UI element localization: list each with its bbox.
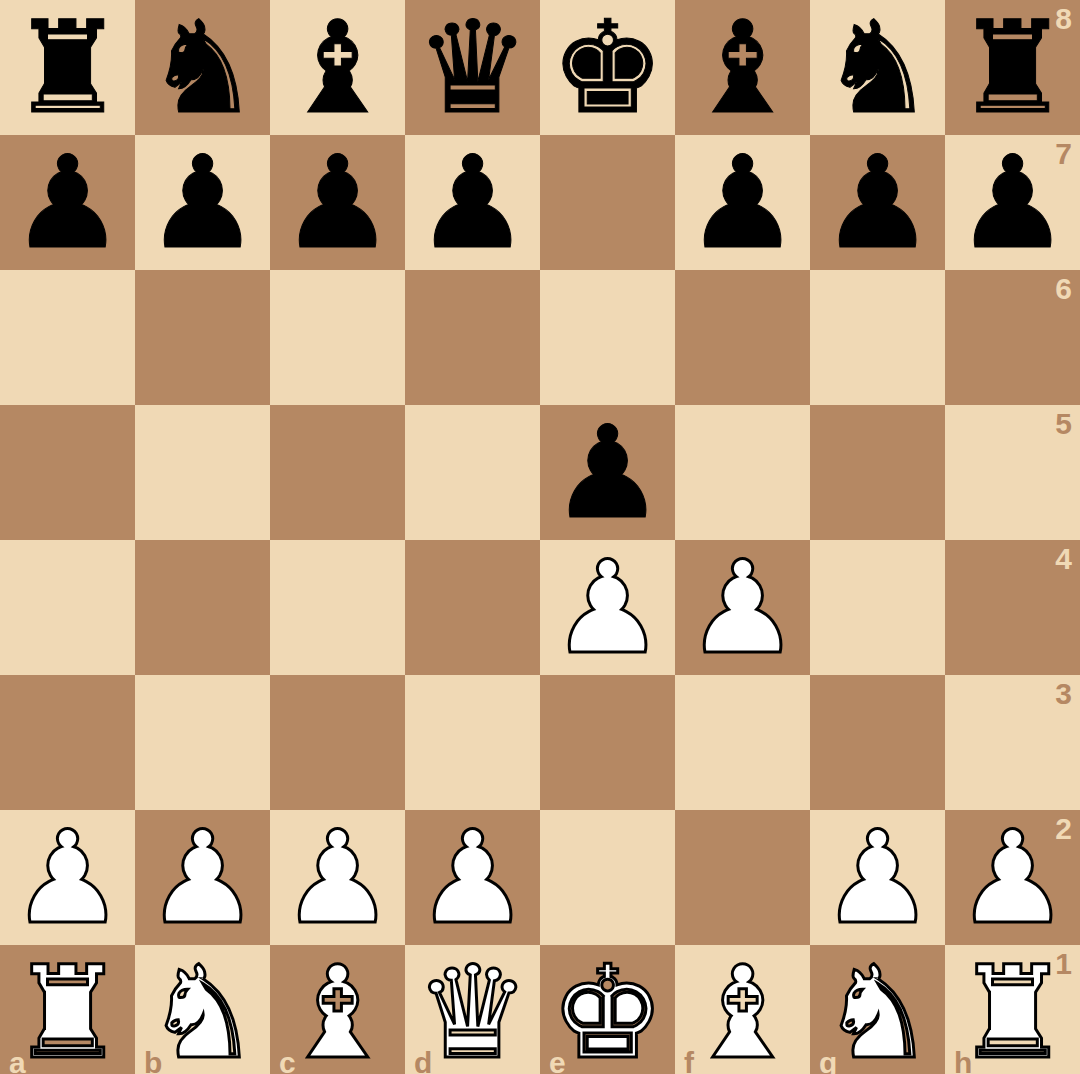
- square-e1[interactable]: ♚e: [540, 945, 675, 1074]
- square-c6[interactable]: [270, 270, 405, 405]
- white-pawn[interactable]: ♟: [10, 810, 125, 945]
- white-pawn[interactable]: ♟: [415, 810, 530, 945]
- square-b4[interactable]: [135, 540, 270, 675]
- white-pawn[interactable]: ♟: [550, 540, 665, 675]
- square-h5[interactable]: 5: [945, 405, 1080, 540]
- white-pawn[interactable]: ♟: [820, 810, 935, 945]
- white-knight[interactable]: ♞: [820, 945, 935, 1074]
- white-rook[interactable]: ♜: [955, 945, 1070, 1074]
- square-e5[interactable]: ♟: [540, 405, 675, 540]
- white-queen[interactable]: ♛: [415, 945, 530, 1074]
- square-b7[interactable]: ♟: [135, 135, 270, 270]
- square-f3[interactable]: [675, 675, 810, 810]
- square-b6[interactable]: [135, 270, 270, 405]
- white-king[interactable]: ♚: [550, 945, 665, 1074]
- chess-board: ♜♞♝♛♚♝♞♜8♟♟♟♟♟♟♟76♟5♟♟43♟♟♟♟♟♟2♜a♞b♝c♛d♚…: [0, 0, 1080, 1074]
- square-g3[interactable]: [810, 675, 945, 810]
- square-e7[interactable]: [540, 135, 675, 270]
- square-g6[interactable]: [810, 270, 945, 405]
- square-f5[interactable]: [675, 405, 810, 540]
- square-b8[interactable]: ♞: [135, 0, 270, 135]
- black-pawn[interactable]: ♟: [10, 135, 125, 270]
- black-pawn[interactable]: ♟: [955, 135, 1070, 270]
- square-c8[interactable]: ♝: [270, 0, 405, 135]
- square-e6[interactable]: [540, 270, 675, 405]
- square-d5[interactable]: [405, 405, 540, 540]
- square-e3[interactable]: [540, 675, 675, 810]
- black-rook[interactable]: ♜: [10, 0, 125, 135]
- square-g2[interactable]: ♟: [810, 810, 945, 945]
- white-knight[interactable]: ♞: [145, 945, 260, 1074]
- square-c3[interactable]: [270, 675, 405, 810]
- square-h3[interactable]: 3: [945, 675, 1080, 810]
- square-h7[interactable]: ♟7: [945, 135, 1080, 270]
- file-label-a: a: [9, 1048, 26, 1074]
- black-pawn[interactable]: ♟: [820, 135, 935, 270]
- square-f2[interactable]: [675, 810, 810, 945]
- square-b3[interactable]: [135, 675, 270, 810]
- rank-label-1: 1: [1055, 949, 1072, 979]
- square-c2[interactable]: ♟: [270, 810, 405, 945]
- square-a5[interactable]: [0, 405, 135, 540]
- black-bishop[interactable]: ♝: [685, 0, 800, 135]
- black-rook[interactable]: ♜: [955, 0, 1070, 135]
- black-queen[interactable]: ♛: [415, 0, 530, 135]
- square-g5[interactable]: [810, 405, 945, 540]
- square-g7[interactable]: ♟: [810, 135, 945, 270]
- white-pawn[interactable]: ♟: [685, 540, 800, 675]
- square-a3[interactable]: [0, 675, 135, 810]
- square-h6[interactable]: 6: [945, 270, 1080, 405]
- rank-label-8: 8: [1055, 4, 1072, 34]
- square-a2[interactable]: ♟: [0, 810, 135, 945]
- white-bishop[interactable]: ♝: [685, 945, 800, 1074]
- square-b2[interactable]: ♟: [135, 810, 270, 945]
- square-c4[interactable]: [270, 540, 405, 675]
- square-e4[interactable]: ♟: [540, 540, 675, 675]
- square-d3[interactable]: [405, 675, 540, 810]
- file-label-h: h: [954, 1048, 972, 1074]
- square-f6[interactable]: [675, 270, 810, 405]
- square-g8[interactable]: ♞: [810, 0, 945, 135]
- square-a7[interactable]: ♟: [0, 135, 135, 270]
- black-knight[interactable]: ♞: [820, 0, 935, 135]
- square-h1[interactable]: ♜1h: [945, 945, 1080, 1074]
- white-pawn[interactable]: ♟: [955, 810, 1070, 945]
- white-pawn[interactable]: ♟: [145, 810, 260, 945]
- square-f8[interactable]: ♝: [675, 0, 810, 135]
- black-pawn[interactable]: ♟: [550, 405, 665, 540]
- square-c1[interactable]: ♝c: [270, 945, 405, 1074]
- square-d7[interactable]: ♟: [405, 135, 540, 270]
- square-g1[interactable]: ♞g: [810, 945, 945, 1074]
- black-pawn[interactable]: ♟: [145, 135, 260, 270]
- square-h2[interactable]: ♟2: [945, 810, 1080, 945]
- black-king[interactable]: ♚: [550, 0, 665, 135]
- file-label-c: c: [279, 1048, 296, 1074]
- square-d1[interactable]: ♛d: [405, 945, 540, 1074]
- square-h8[interactable]: ♜8: [945, 0, 1080, 135]
- black-pawn[interactable]: ♟: [685, 135, 800, 270]
- white-pawn[interactable]: ♟: [280, 810, 395, 945]
- rank-label-7: 7: [1055, 139, 1072, 169]
- square-a4[interactable]: [0, 540, 135, 675]
- square-a1[interactable]: ♜a: [0, 945, 135, 1074]
- rank-label-6: 6: [1055, 274, 1072, 304]
- square-d8[interactable]: ♛: [405, 0, 540, 135]
- square-h4[interactable]: 4: [945, 540, 1080, 675]
- square-b1[interactable]: ♞b: [135, 945, 270, 1074]
- square-g4[interactable]: [810, 540, 945, 675]
- file-label-e: e: [549, 1048, 566, 1074]
- black-bishop[interactable]: ♝: [280, 0, 395, 135]
- white-rook[interactable]: ♜: [10, 945, 125, 1074]
- square-d6[interactable]: [405, 270, 540, 405]
- black-knight[interactable]: ♞: [145, 0, 260, 135]
- file-label-f: f: [684, 1048, 694, 1074]
- file-label-d: d: [414, 1048, 432, 1074]
- white-bishop[interactable]: ♝: [280, 945, 395, 1074]
- square-a6[interactable]: [0, 270, 135, 405]
- rank-label-3: 3: [1055, 679, 1072, 709]
- rank-label-4: 4: [1055, 544, 1072, 574]
- square-e2[interactable]: [540, 810, 675, 945]
- square-f4[interactable]: ♟: [675, 540, 810, 675]
- square-e8[interactable]: ♚: [540, 0, 675, 135]
- square-d4[interactable]: [405, 540, 540, 675]
- black-pawn[interactable]: ♟: [415, 135, 530, 270]
- square-a8[interactable]: ♜: [0, 0, 135, 135]
- square-f7[interactable]: ♟: [675, 135, 810, 270]
- square-c5[interactable]: [270, 405, 405, 540]
- square-b5[interactable]: [135, 405, 270, 540]
- square-c7[interactable]: ♟: [270, 135, 405, 270]
- black-pawn[interactable]: ♟: [280, 135, 395, 270]
- square-d2[interactable]: ♟: [405, 810, 540, 945]
- square-f1[interactable]: ♝f: [675, 945, 810, 1074]
- rank-label-5: 5: [1055, 409, 1072, 439]
- file-label-g: g: [819, 1048, 837, 1074]
- file-label-b: b: [144, 1048, 162, 1074]
- rank-label-2: 2: [1055, 814, 1072, 844]
